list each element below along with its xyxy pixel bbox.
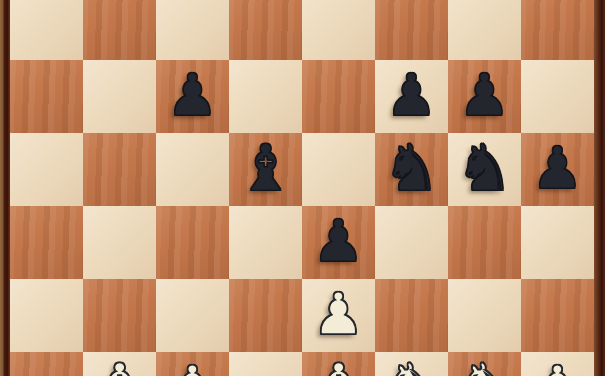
square-a8[interactable]: [10, 0, 83, 60]
square-g7[interactable]: ♟: [448, 60, 521, 133]
square-h3[interactable]: ♟: [521, 352, 594, 376]
square-g3[interactable]: ♞: [448, 352, 521, 376]
square-f4[interactable]: [375, 279, 448, 352]
square-h5[interactable]: [521, 206, 594, 279]
white-knight-f3[interactable]: ♞: [383, 355, 440, 376]
square-b3[interactable]: ♝: [83, 352, 156, 376]
square-c6[interactable]: [156, 133, 229, 206]
square-d3[interactable]: [229, 352, 302, 376]
square-g5[interactable]: [448, 206, 521, 279]
square-d8[interactable]: [229, 0, 302, 60]
square-h7[interactable]: [521, 60, 594, 133]
white-knight-g3[interactable]: ♞: [456, 355, 513, 376]
square-b7[interactable]: [83, 60, 156, 133]
black-pawn-e5[interactable]: ♟: [313, 212, 365, 270]
square-a7[interactable]: [10, 60, 83, 133]
black-pawn-f7[interactable]: ♟: [386, 66, 438, 124]
square-f5[interactable]: [375, 206, 448, 279]
white-pawn-h3[interactable]: ♟: [532, 358, 584, 376]
black-knight-g6[interactable]: ♞: [456, 136, 513, 200]
square-d4[interactable]: [229, 279, 302, 352]
square-f3[interactable]: ♞: [375, 352, 448, 376]
square-h4[interactable]: [521, 279, 594, 352]
square-e7[interactable]: [302, 60, 375, 133]
square-d7[interactable]: [229, 60, 302, 133]
square-b8[interactable]: [83, 0, 156, 60]
square-a5[interactable]: [10, 206, 83, 279]
square-c3[interactable]: ♟: [156, 352, 229, 376]
square-g6[interactable]: ♞: [448, 133, 521, 206]
square-b6[interactable]: [83, 133, 156, 206]
square-b4[interactable]: [83, 279, 156, 352]
chess-board: ♟♟♟♝♞♞♟♟♟♝♟♝♞♞♟♛♟♟: [10, 0, 594, 376]
square-b5[interactable]: [83, 206, 156, 279]
square-h6[interactable]: ♟: [521, 133, 594, 206]
white-pawn-e4[interactable]: ♟: [313, 285, 365, 343]
square-c7[interactable]: ♟: [156, 60, 229, 133]
square-c5[interactable]: [156, 206, 229, 279]
square-e3[interactable]: ♝: [302, 352, 375, 376]
board-frame-left: [0, 0, 10, 376]
square-f8[interactable]: [375, 0, 448, 60]
square-g8[interactable]: [448, 0, 521, 60]
square-a3[interactable]: [10, 352, 83, 376]
black-pawn-c7[interactable]: ♟: [167, 66, 219, 124]
square-a6[interactable]: [10, 133, 83, 206]
board-frame-right: [594, 0, 605, 376]
square-a4[interactable]: [10, 279, 83, 352]
square-c8[interactable]: [156, 0, 229, 60]
black-knight-f6[interactable]: ♞: [383, 136, 440, 200]
square-f7[interactable]: ♟: [375, 60, 448, 133]
chess-diagram: ♟♟♟♝♞♞♟♟♟♝♟♝♞♞♟♛♟♟: [0, 0, 605, 376]
black-bishop-d6[interactable]: ♝: [237, 136, 294, 200]
square-h8[interactable]: [521, 0, 594, 60]
black-pawn-g7[interactable]: ♟: [459, 66, 511, 124]
square-d5[interactable]: [229, 206, 302, 279]
white-bishop-e3[interactable]: ♝: [310, 355, 367, 376]
square-f6[interactable]: ♞: [375, 133, 448, 206]
square-e4[interactable]: ♟: [302, 279, 375, 352]
white-pawn-c3[interactable]: ♟: [167, 358, 219, 376]
square-d6[interactable]: ♝: [229, 133, 302, 206]
square-c4[interactable]: [156, 279, 229, 352]
black-pawn-h6[interactable]: ♟: [532, 139, 584, 197]
square-g4[interactable]: [448, 279, 521, 352]
square-e5[interactable]: ♟: [302, 206, 375, 279]
white-bishop-b3[interactable]: ♝: [91, 355, 148, 376]
square-e8[interactable]: [302, 0, 375, 60]
square-e6[interactable]: [302, 133, 375, 206]
